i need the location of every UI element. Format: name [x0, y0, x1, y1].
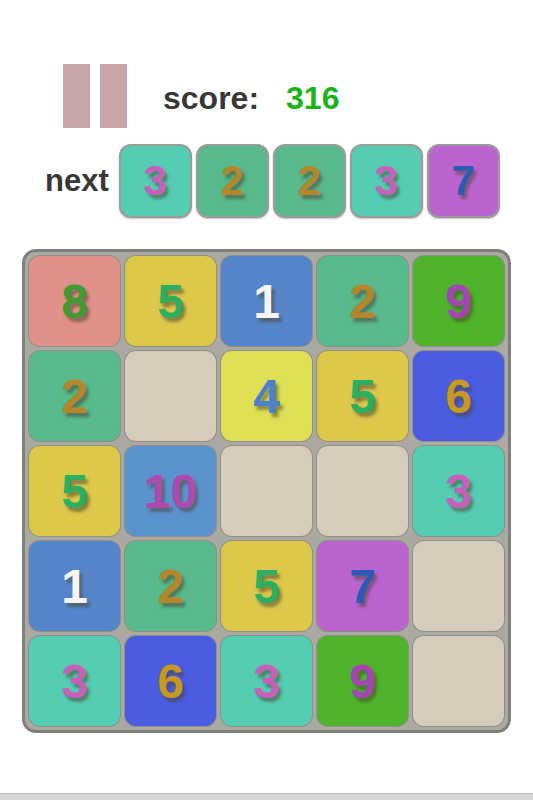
board-cell-r1c5[interactable]: 9 [413, 256, 504, 346]
board-cell-r1c2[interactable]: 5 [125, 256, 216, 346]
game-screen: score: 316 next 32237 851292456510312573… [0, 0, 533, 800]
board-cell-r2c1[interactable]: 2 [29, 351, 120, 441]
board-cell-r1c1[interactable]: 8 [29, 256, 120, 346]
board-cell-r2c4[interactable]: 5 [317, 351, 408, 441]
bottom-bar [0, 793, 533, 800]
board-cell-r5c2[interactable]: 6 [125, 636, 216, 726]
board-cell-r4c1[interactable]: 1 [29, 541, 120, 631]
next-label: next [45, 163, 109, 199]
next-queue: 32237 [119, 144, 500, 218]
pause-button[interactable] [63, 64, 127, 128]
score-value: 316 [286, 80, 339, 117]
board-cell-r2c2[interactable] [125, 351, 216, 441]
next-tile-2: 2 [196, 144, 269, 218]
pause-icon [63, 64, 90, 128]
next-tile-5: 7 [427, 144, 500, 218]
score-display: score: 316 [163, 80, 339, 117]
board-cell-r3c1[interactable]: 5 [29, 446, 120, 536]
board-cell-r3c5[interactable]: 3 [413, 446, 504, 536]
board-cell-r5c5[interactable] [413, 636, 504, 726]
board-cell-r1c3[interactable]: 1 [221, 256, 312, 346]
board-cell-r4c5[interactable] [413, 541, 504, 631]
next-tile-4: 3 [350, 144, 423, 218]
board-cell-r2c5[interactable]: 6 [413, 351, 504, 441]
board-cell-r3c4[interactable] [317, 446, 408, 536]
next-row: next 32237 [45, 144, 500, 218]
board-cell-r5c1[interactable]: 3 [29, 636, 120, 726]
score-label: score: [163, 80, 259, 117]
board-cell-r3c2[interactable]: 10 [125, 446, 216, 536]
board-cell-r3c3[interactable] [221, 446, 312, 536]
next-tile-1: 3 [119, 144, 192, 218]
board-cell-r4c4[interactable]: 7 [317, 541, 408, 631]
pause-icon [100, 64, 127, 128]
board-cell-r4c2[interactable]: 2 [125, 541, 216, 631]
board-cell-r1c4[interactable]: 2 [317, 256, 408, 346]
board-cell-r5c4[interactable]: 9 [317, 636, 408, 726]
board-cell-r2c3[interactable]: 4 [221, 351, 312, 441]
board-cell-r4c3[interactable]: 5 [221, 541, 312, 631]
board-cell-r5c3[interactable]: 3 [221, 636, 312, 726]
game-board: 851292456510312573639 [22, 249, 511, 733]
next-tile-3: 2 [273, 144, 346, 218]
